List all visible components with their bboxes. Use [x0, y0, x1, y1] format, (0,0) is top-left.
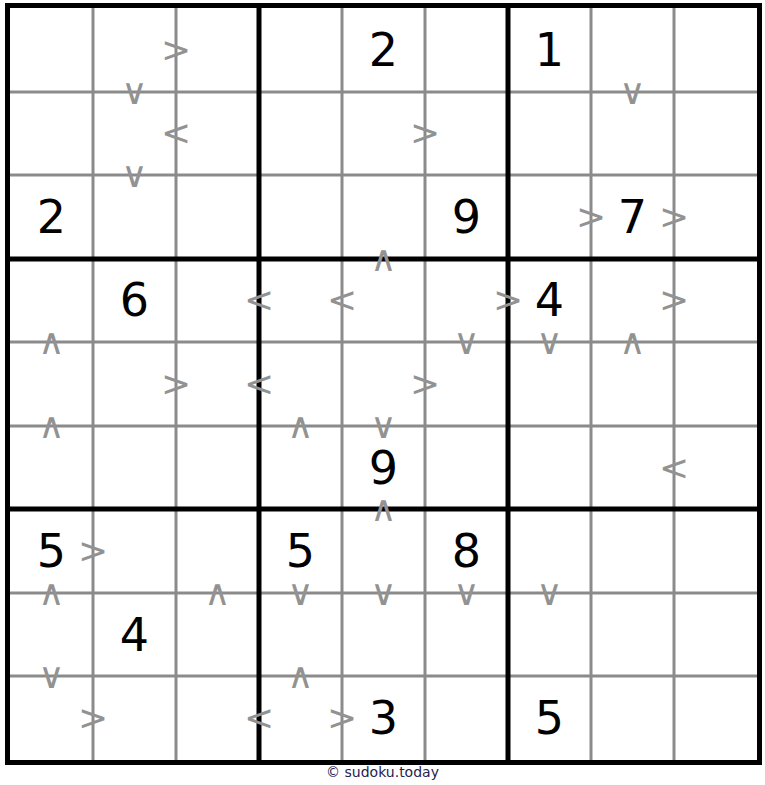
cell-r6c6[interactable]: [425, 426, 508, 510]
given-digit: 7: [618, 190, 647, 244]
given-digit: 2: [37, 190, 66, 244]
given-digit: 2: [369, 23, 398, 77]
greater-than-icon: >: [161, 32, 191, 68]
given-digit: 6: [120, 273, 149, 327]
greater-than-down-icon: ∨: [287, 575, 313, 611]
less-than-icon: <: [244, 366, 274, 402]
greater-than-icon: >: [410, 115, 440, 151]
cell-r2c9[interactable]: [674, 92, 757, 176]
cell-r9c7[interactable]: 5: [508, 676, 591, 760]
greater-than-down-icon: ∨: [619, 74, 645, 110]
given-digit: 5: [37, 524, 66, 578]
given-digit: 9: [369, 441, 398, 495]
cell-r1c1[interactable]: [10, 8, 93, 92]
sudoku-board: 21297649558435><>>><<>>><><>><>∨∨∨∧∧∨∨∧∧…: [5, 3, 762, 765]
cell-r2c1[interactable]: [10, 92, 93, 176]
cell-r9c9[interactable]: [674, 676, 757, 760]
greater-than-down-icon: ∨: [370, 575, 396, 611]
greater-than-down-icon: ∨: [453, 324, 479, 360]
less-than-icon: <: [659, 450, 689, 486]
given-digit: 1: [535, 23, 564, 77]
cell-r2c7[interactable]: [508, 92, 591, 176]
less-than-up-icon: ∧: [287, 658, 313, 694]
cell-r3c1[interactable]: 2: [10, 175, 93, 259]
grid-line-vertical: [92, 8, 95, 760]
less-than-icon: <: [161, 115, 191, 151]
greater-than-down-icon: ∨: [370, 408, 396, 444]
cell-r8c8[interactable]: [591, 593, 674, 677]
less-than-icon: <: [244, 282, 274, 318]
cell-r9c6[interactable]: [425, 676, 508, 760]
cell-r3c6[interactable]: 9: [425, 175, 508, 259]
given-digit: 5: [535, 691, 564, 745]
given-digit: 4: [120, 608, 149, 662]
greater-than-icon: >: [659, 282, 689, 318]
cell-r6c2[interactable]: [93, 426, 176, 510]
greater-than-icon: >: [659, 199, 689, 235]
less-than-icon: <: [244, 700, 274, 736]
less-than-up-icon: ∧: [38, 575, 64, 611]
less-than-up-icon: ∧: [370, 241, 396, 277]
less-than-up-icon: ∧: [370, 491, 396, 527]
greater-than-down-icon: ∨: [453, 575, 479, 611]
cell-r4c2[interactable]: 6: [93, 259, 176, 343]
greater-than-icon: >: [410, 366, 440, 402]
given-digit: 3: [369, 691, 398, 745]
greater-than-icon: >: [78, 533, 108, 569]
less-than-icon: <: [327, 282, 357, 318]
greater-than-down-icon: ∨: [536, 575, 562, 611]
less-than-up-icon: ∧: [38, 324, 64, 360]
greater-than-icon: >: [576, 199, 606, 235]
grid-line-vertical: [590, 8, 593, 760]
sudoku-page: { "game": "Greater Than Sudoku (comparis…: [0, 0, 765, 785]
greater-than-down-icon: ∨: [38, 658, 64, 694]
grid-line-horizontal: [10, 675, 757, 678]
greater-than-down-icon: ∨: [121, 157, 147, 193]
footer-credit: © sudoku.today: [0, 764, 765, 780]
given-digit: 8: [452, 524, 481, 578]
less-than-up-icon: ∧: [38, 408, 64, 444]
greater-than-icon: >: [161, 366, 191, 402]
less-than-up-icon: ∧: [287, 408, 313, 444]
cell-r1c7[interactable]: 1: [508, 8, 591, 92]
cell-r7c8[interactable]: [591, 509, 674, 593]
less-than-up-icon: ∧: [619, 324, 645, 360]
greater-than-down-icon: ∨: [536, 324, 562, 360]
cell-r6c3[interactable]: [176, 426, 259, 510]
cell-r3c3[interactable]: [176, 175, 259, 259]
less-than-up-icon: ∧: [204, 575, 230, 611]
cell-r9c8[interactable]: [591, 676, 674, 760]
cell-r2c4[interactable]: [259, 92, 342, 176]
cell-r8c9[interactable]: [674, 593, 757, 677]
cell-r7c9[interactable]: [674, 509, 757, 593]
cell-r1c6[interactable]: [425, 8, 508, 92]
given-digit: 5: [286, 524, 315, 578]
given-digit: 4: [535, 273, 564, 327]
cell-r8c2[interactable]: 4: [93, 593, 176, 677]
greater-than-down-icon: ∨: [121, 74, 147, 110]
grid-line-vertical: [341, 8, 344, 760]
greater-than-icon: >: [78, 700, 108, 736]
cell-r1c5[interactable]: 2: [342, 8, 425, 92]
given-digit: 9: [452, 190, 481, 244]
cell-r1c9[interactable]: [674, 8, 757, 92]
cell-r1c4[interactable]: [259, 8, 342, 92]
greater-than-icon: >: [493, 282, 523, 318]
box-line-vertical: [506, 8, 511, 760]
cell-r6c7[interactable]: [508, 426, 591, 510]
cell-r5c9[interactable]: [674, 342, 757, 426]
grid-line-vertical: [673, 8, 676, 760]
cell-r3c4[interactable]: [259, 175, 342, 259]
greater-than-icon: >: [327, 700, 357, 736]
